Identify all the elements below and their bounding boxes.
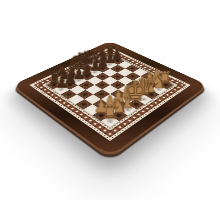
- piece-black-pawn[interactable]: ♟: [48, 61, 75, 90]
- inlay-band-white-inner: ♜♟♟♜♞♟♟♞♝♟♟♝♛♟♟♛♚♟♟♚♝♟♟♝♞♟♟♞♜♟♟♜: [42, 52, 178, 130]
- product-photo-scene: ♜♟♟♜♞♟♟♞♝♟♟♝♛♟♟♛♚♟♟♚♝♟♟♝♞♟♟♞♜♟♟♜: [0, 0, 220, 200]
- board-frame: ♜♟♟♜♞♟♟♞♝♟♟♝♛♟♟♛♚♟♟♚♝♟♟♝♞♟♟♞♜♟♟♜: [12, 41, 207, 157]
- chess-grid: ♜♟♟♜♞♟♟♞♝♟♟♝♛♟♟♛♚♟♟♚♝♟♟♝♞♟♟♞♜♟♟♜: [46, 54, 173, 127]
- square-h1[interactable]: ♜: [101, 115, 119, 127]
- piece-white-rook[interactable]: ♜: [95, 89, 125, 121]
- board-3d-wrapper: ♜♟♟♜♞♟♟♞♝♟♟♝♛♟♟♛♚♟♟♚♝♟♟♝♞♟♟♞♜♟♟♜: [0, 0, 220, 200]
- inlay-band-white-outer: ♜♟♟♜♞♟♟♞♝♟♟♝♛♟♟♛♚♟♟♚♝♟♟♝♞♟♟♞♜♟♟♜: [29, 47, 190, 141]
- inlay-band-red-motif: ♜♟♟♜♞♟♟♞♝♟♟♝♛♟♟♛♚♟♟♚♝♟♟♝♞♟♟♞♜♟♟♜: [34, 49, 187, 137]
